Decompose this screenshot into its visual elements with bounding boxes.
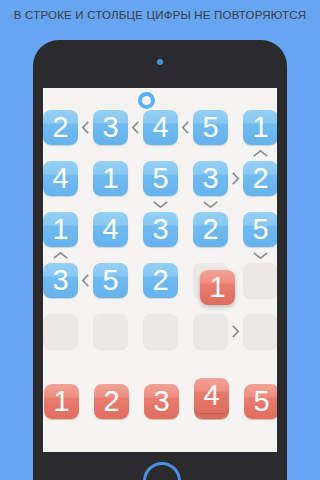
tray-tile-2[interactable]: 2 [94, 384, 129, 419]
cell-r2c2-tile-1[interactable]: 1 [93, 161, 128, 196]
cell-r4c5-empty[interactable] [243, 263, 277, 298]
inequality-greater-icon [228, 161, 243, 196]
cell-r5c4-empty[interactable] [193, 314, 228, 349]
cell-r3c4-tile-2[interactable]: 2 [193, 212, 228, 247]
cell-r2c4-tile-3[interactable]: 3 [193, 161, 228, 196]
tray-tile-5[interactable]: 5 [244, 384, 277, 419]
ring-indicator-icon [138, 92, 155, 109]
cell-r5c1-empty[interactable] [43, 314, 78, 349]
cell-r2c5-tile-2[interactable]: 2 [243, 161, 277, 196]
futoshiki-board: 2345141532143253521 [43, 110, 277, 349]
inequality-less-icon [128, 110, 143, 145]
game-screen: 2345141532143253521 12345 [43, 88, 277, 452]
inequality-less-icon [78, 263, 93, 298]
inequality-down-icon [193, 196, 228, 212]
screenshot-root: В СТРОКЕ И СТОЛБЦЕ ЦИФРЫ НЕ ПОВТОРЯЮТСЯ … [0, 0, 320, 480]
cell-r1c4-tile-5[interactable]: 5 [193, 110, 228, 145]
tray-slot-4: 4 [194, 384, 229, 419]
inequality-greater-icon [228, 314, 243, 349]
camera-dot-icon [157, 59, 163, 65]
tray-tile-1[interactable]: 1 [44, 384, 79, 419]
tray-tile-3[interactable]: 3 [144, 384, 179, 419]
phone-frame: 2345141532143253521 12345 [33, 40, 287, 480]
cell-r3c3-tile-3[interactable]: 3 [143, 212, 178, 247]
cell-r3c1-tile-1[interactable]: 1 [43, 212, 78, 247]
inequality-less-icon [178, 110, 193, 145]
cell-r3c5-tile-5[interactable]: 5 [243, 212, 277, 247]
tray-slot-1: 1 [44, 384, 79, 419]
tray-slot-5: 5 [244, 384, 277, 419]
inequality-down-icon [243, 247, 277, 263]
cell-r1c2-tile-3[interactable]: 3 [93, 110, 128, 145]
tray-slot-2: 2 [94, 384, 129, 419]
tray-tile-4[interactable]: 4 [194, 378, 229, 413]
cell-r5c5-empty[interactable] [243, 314, 277, 349]
inequality-down-icon [143, 196, 178, 212]
rule-hint-text: В СТРОКЕ И СТОЛБЦЕ ЦИФРЫ НЕ ПОВТОРЯЮТСЯ [0, 9, 320, 21]
inequality-up-icon [243, 145, 277, 161]
dragged-tile-1[interactable]: 1 [200, 270, 235, 305]
cell-r2c1-tile-4[interactable]: 4 [43, 161, 78, 196]
home-button[interactable] [143, 462, 181, 480]
cell-r4c1-tile-3[interactable]: 3 [43, 263, 78, 298]
cell-r1c1-tile-2[interactable]: 2 [43, 110, 78, 145]
cell-r5c3-empty[interactable] [143, 314, 178, 349]
number-tray: 12345 [43, 384, 277, 430]
tray-slot-3: 3 [144, 384, 179, 419]
cell-r4c2-tile-5[interactable]: 5 [93, 263, 128, 298]
inequality-up-icon [43, 247, 78, 263]
cell-r3c2-tile-4[interactable]: 4 [93, 212, 128, 247]
cell-r5c2-empty[interactable] [93, 314, 128, 349]
inequality-less-icon [78, 110, 93, 145]
cell-r1c5-tile-1[interactable]: 1 [243, 110, 277, 145]
cell-r4c3-tile-2[interactable]: 2 [143, 263, 178, 298]
cell-r2c3-tile-5[interactable]: 5 [143, 161, 178, 196]
cell-r1c3-tile-4[interactable]: 4 [143, 110, 178, 145]
